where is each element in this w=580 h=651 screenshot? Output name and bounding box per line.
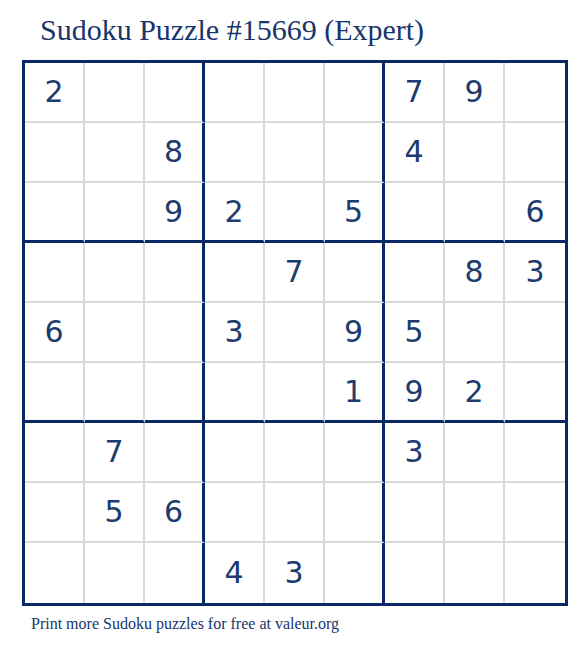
cell-r6c5 [265,363,325,423]
cell-r8c3: 6 [145,483,205,543]
cell-r2c1 [25,123,85,183]
cell-r1c9 [505,63,565,123]
cell-r2c7: 4 [385,123,445,183]
cell-r9c5: 3 [265,543,325,603]
cell-r3c3: 9 [145,183,205,243]
page-title: Sudoku Puzzle #15669 (Expert) [40,13,424,47]
cell-r7c7: 3 [385,423,445,483]
cell-r6c8: 2 [445,363,505,423]
cell-r4c7 [385,243,445,303]
cell-r8c1 [25,483,85,543]
cell-r3c6: 5 [325,183,385,243]
cell-r3c7 [385,183,445,243]
cell-r8c8 [445,483,505,543]
cell-r6c4 [205,363,265,423]
cell-r9c9 [505,543,565,603]
cell-r5c8 [445,303,505,363]
cell-r2c8 [445,123,505,183]
cell-r5c2 [85,303,145,363]
cell-r8c6 [325,483,385,543]
cell-r1c6 [325,63,385,123]
cell-r9c2 [85,543,145,603]
cell-r4c1 [25,243,85,303]
cell-r3c9: 6 [505,183,565,243]
cell-r1c8: 9 [445,63,505,123]
cell-r6c2 [85,363,145,423]
cell-r1c3 [145,63,205,123]
cell-r2c6 [325,123,385,183]
cell-r1c4 [205,63,265,123]
cell-r9c4: 4 [205,543,265,603]
cell-r2c5 [265,123,325,183]
cell-r5c6: 9 [325,303,385,363]
cell-r8c5 [265,483,325,543]
cell-r4c5: 7 [265,243,325,303]
cell-r1c7: 7 [385,63,445,123]
cell-r7c9 [505,423,565,483]
cell-r1c2 [85,63,145,123]
cell-r6c3 [145,363,205,423]
cell-r7c6 [325,423,385,483]
cell-r5c3 [145,303,205,363]
cell-r7c5 [265,423,325,483]
cell-r9c6 [325,543,385,603]
cell-r4c4 [205,243,265,303]
cell-r8c7 [385,483,445,543]
cell-r2c2 [85,123,145,183]
cell-r5c4: 3 [205,303,265,363]
cell-r9c1 [25,543,85,603]
cell-r3c4: 2 [205,183,265,243]
cell-r2c4 [205,123,265,183]
cell-r3c8 [445,183,505,243]
cell-r3c5 [265,183,325,243]
cell-r7c4 [205,423,265,483]
cell-r8c2: 5 [85,483,145,543]
cell-r8c9 [505,483,565,543]
cell-r4c8: 8 [445,243,505,303]
cell-r7c2: 7 [85,423,145,483]
cell-r9c8 [445,543,505,603]
cell-r4c6 [325,243,385,303]
cell-r6c9 [505,363,565,423]
cell-r2c3: 8 [145,123,205,183]
sudoku-board: 2798492567836395192735643 [22,60,568,606]
cell-r1c5 [265,63,325,123]
cell-r9c3 [145,543,205,603]
cell-r5c9 [505,303,565,363]
cell-r9c7 [385,543,445,603]
cell-r1c1: 2 [25,63,85,123]
cell-r6c1 [25,363,85,423]
cell-r5c7: 5 [385,303,445,363]
cell-r4c3 [145,243,205,303]
cell-r4c2 [85,243,145,303]
cell-r2c9 [505,123,565,183]
cell-r3c1 [25,183,85,243]
cell-r7c3 [145,423,205,483]
cell-r3c2 [85,183,145,243]
cell-r6c6: 1 [325,363,385,423]
cell-r6c7: 9 [385,363,445,423]
footer-text: Print more Sudoku puzzles for free at va… [31,615,339,633]
cell-r5c1: 6 [25,303,85,363]
cell-r7c1 [25,423,85,483]
cell-r7c8 [445,423,505,483]
cell-r4c9: 3 [505,243,565,303]
cell-r5c5 [265,303,325,363]
cell-r8c4 [205,483,265,543]
